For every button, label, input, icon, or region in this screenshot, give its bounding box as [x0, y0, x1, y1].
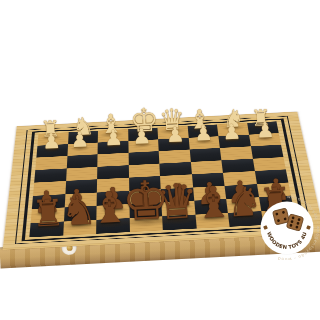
pieces-layer: ♜♞♝♛♚♝♞♜♟♟♟♟♟♟♟♟♟♟♟♟♟♟♟♟♜♞♝♛♚♝♞♜ — [0, 0, 320, 320]
die-icon-4 — [273, 208, 290, 225]
chess-piece-light-pawn: ♟ — [70, 129, 90, 151]
chess-piece-light-pawn: ♟ — [255, 120, 275, 142]
chess-piece-light-pawn: ♟ — [194, 123, 214, 145]
chess-piece-light-pawn: ♟ — [42, 131, 62, 153]
product-photo: ♜♞♝♛♚♝♞♜♟♟♟♟♟♟♟♟♟♟♟♟♟♟♟♟♜♞♝♛♚♝♞♜ woodent… — [0, 0, 320, 320]
chess-piece-dark-rook: ♜ — [31, 195, 65, 233]
chess-piece-light-pawn: ♟ — [165, 124, 185, 146]
chess-set-tilt-wrapper: ♜♞♝♛♚♝♞♜♟♟♟♟♟♟♟♟♟♟♟♟♟♟♟♟♜♞♝♛♚♝♞♜ — [0, 0, 320, 320]
chess-piece-light-pawn: ♟ — [103, 128, 123, 150]
chess-piece-dark-knight: ♞ — [60, 190, 98, 232]
brand-logo: woodentoys4u - woodentoys4u - wood WOODE… — [255, 196, 319, 260]
chess-piece-dark-bishop: ♝ — [193, 180, 233, 225]
chess-piece-light-pawn: ♟ — [222, 122, 242, 144]
chess-piece-light-pawn: ♟ — [132, 126, 152, 148]
